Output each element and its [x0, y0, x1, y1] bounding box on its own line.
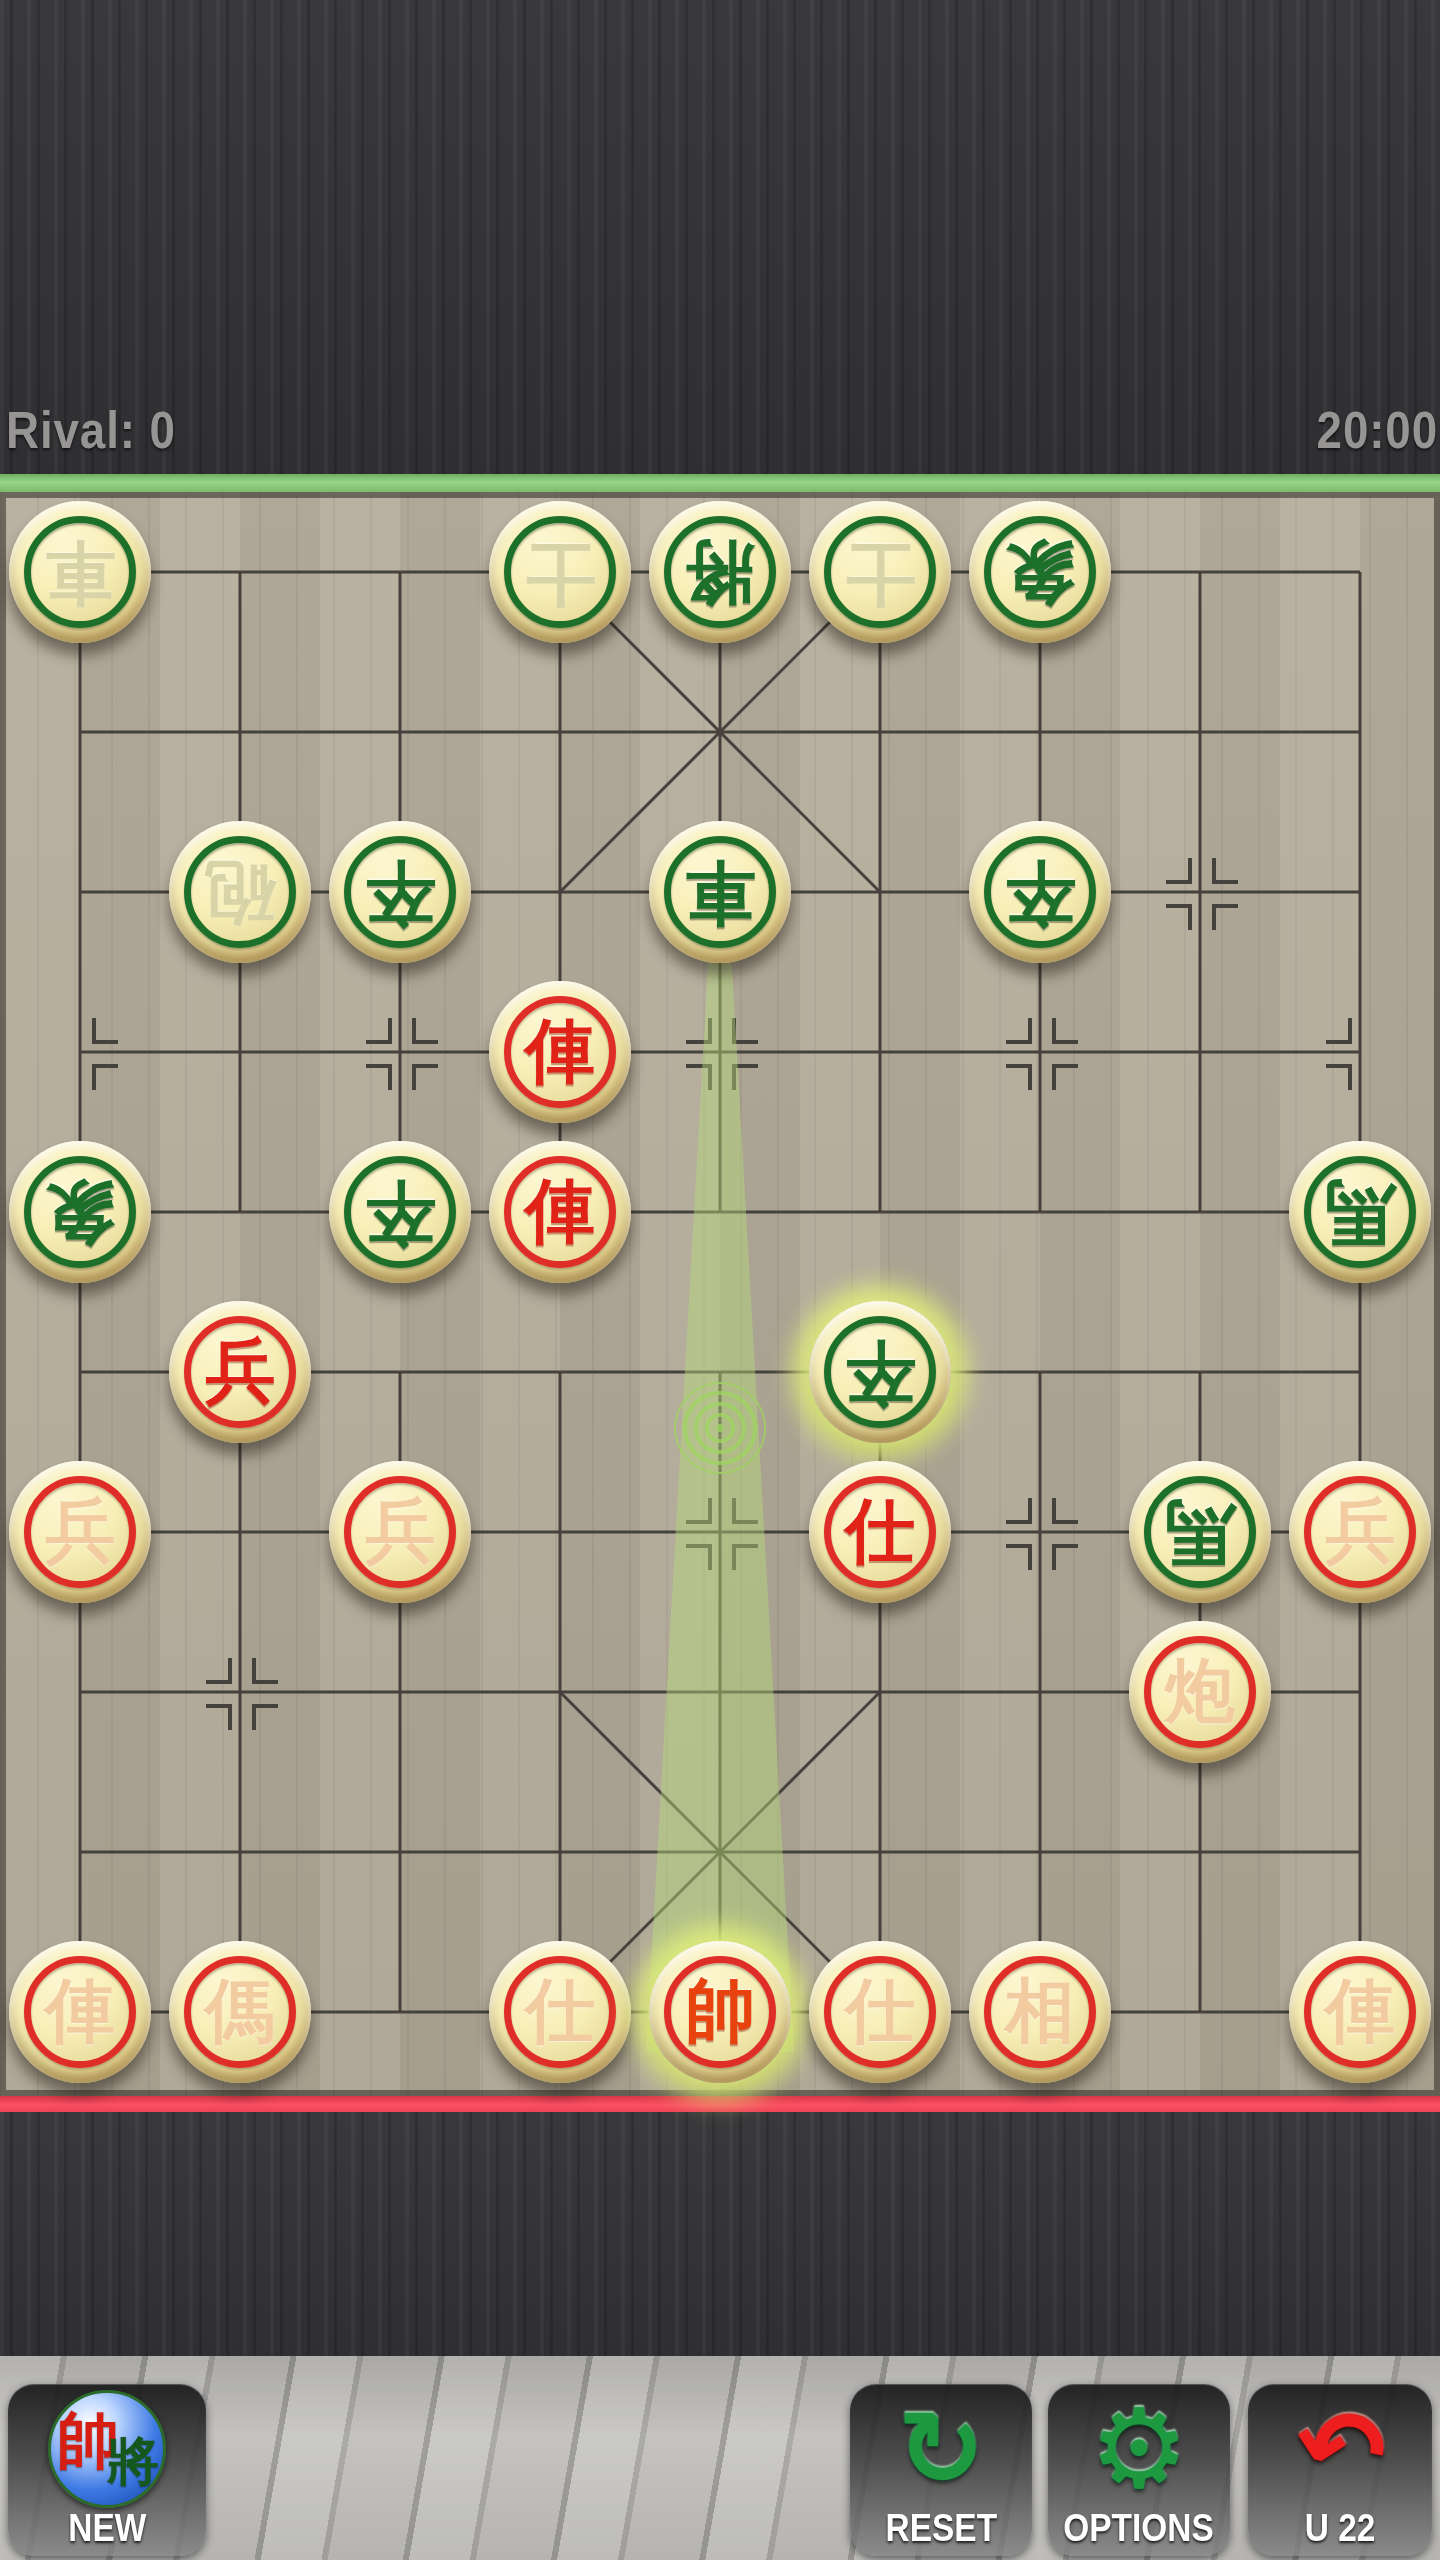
piece-glyph: 炮: [1129, 1621, 1271, 1763]
undo-arrow-icon: ↶: [1285, 2387, 1396, 2511]
target-ring: [674, 1382, 766, 1474]
piece-red-advisor-f6[interactable]: 仕: [809, 1461, 951, 1603]
refresh-icon: ↻: [897, 2397, 984, 2501]
piece-glyph: 仕: [489, 1941, 631, 2083]
piece-black-horse-i4[interactable]: 馬: [1289, 1141, 1431, 1283]
piece-glyph: 俥: [9, 1941, 151, 2083]
piece-glyph: 象: [9, 1141, 151, 1283]
red-turn-strip: [0, 2096, 1440, 2112]
piece-glyph: 俥: [489, 981, 631, 1123]
piece-red-horse-b9[interactable]: 傌: [169, 1941, 311, 2083]
piece-black-advisor-f0[interactable]: 士: [809, 501, 951, 643]
piece-black-chariot-e2[interactable]: 車: [649, 821, 791, 963]
piece-red-advisor-d9[interactable]: 仕: [489, 1941, 631, 2083]
reset-button[interactable]: ↻ RESET: [850, 2384, 1032, 2556]
black-turn-strip: [0, 474, 1440, 492]
piece-glyph: 仕: [809, 1461, 951, 1603]
piece-black-advisor-d0[interactable]: 士: [489, 501, 631, 643]
piece-red-elephant-g9[interactable]: 相: [969, 1941, 1111, 2083]
piece-glyph: 卒: [329, 821, 471, 963]
piece-glyph: 兵: [9, 1461, 151, 1603]
piece-glyph: 兵: [1289, 1461, 1431, 1603]
piece-red-soldier-c6[interactable]: 兵: [329, 1461, 471, 1603]
logo-black-general-char: 將: [107, 2427, 159, 2497]
piece-red-soldier-i6[interactable]: 兵: [1289, 1461, 1431, 1603]
piece-glyph: 傌: [169, 1941, 311, 2083]
piece-black-general-e0[interactable]: 將: [649, 501, 791, 643]
piece-red-chariot-d3[interactable]: 俥: [489, 981, 631, 1123]
piece-glyph: 馬: [1129, 1461, 1271, 1603]
piece-black-soldier-c4[interactable]: 卒: [329, 1141, 471, 1283]
piece-red-general-e9[interactable]: 帥: [649, 1941, 791, 2083]
piece-glyph: 相: [969, 1941, 1111, 2083]
piece-red-soldier-b5[interactable]: 兵: [169, 1301, 311, 1443]
piece-black-soldier-g2[interactable]: 卒: [969, 821, 1111, 963]
piece-black-chariot-a0[interactable]: 車: [9, 501, 151, 643]
piece-glyph: 馬: [1289, 1141, 1431, 1283]
xiangqi-board[interactable]: 車士將士象砲卒車卒俥象卒俥馬兵卒兵兵仕馬兵炮俥傌仕帥仕相俥: [0, 492, 1440, 2096]
piece-glyph: 俥: [1289, 1941, 1431, 2083]
piece-glyph: 俥: [489, 1141, 631, 1283]
options-button[interactable]: ⚙ OPTIONS: [1048, 2384, 1230, 2556]
undo-button[interactable]: ↶ U 22: [1248, 2384, 1432, 2556]
piece-red-chariot-i9[interactable]: 俥: [1289, 1941, 1431, 2083]
piece-glyph: 卒: [969, 821, 1111, 963]
piece-black-elephant-a4[interactable]: 象: [9, 1141, 151, 1283]
undo-button-label: U 22: [1305, 2507, 1376, 2550]
player-status-bar: You: 0 01:00 20:00: [0, 2112, 1440, 2356]
piece-glyph: 象: [969, 501, 1111, 643]
piece-glyph: 將: [649, 501, 791, 643]
piece-glyph: 仕: [809, 1941, 951, 2083]
new-button-label: NEW: [68, 2507, 146, 2550]
piece-black-horse-h6[interactable]: 馬: [1129, 1461, 1271, 1603]
piece-glyph: 卒: [329, 1141, 471, 1283]
opponent-status-bar: Rival: 0 20:00: [0, 0, 1440, 474]
piece-red-chariot-d4[interactable]: 俥: [489, 1141, 631, 1283]
piece-black-elephant-g0[interactable]: 象: [969, 501, 1111, 643]
piece-black-soldier-f5[interactable]: 卒: [809, 1301, 951, 1443]
app-logo-icon: 帥 將: [8, 2386, 206, 2512]
board-grid: [0, 492, 1440, 2096]
xiangqi-app-screen: Rival: 0 20:00 車士將士象砲卒車卒俥象卒俥馬兵卒兵兵仕馬兵炮俥傌仕…: [0, 0, 1440, 2560]
piece-black-cannon-b2[interactable]: 砲: [169, 821, 311, 963]
new-game-button[interactable]: 帥 將 NEW: [8, 2384, 206, 2556]
piece-red-advisor-f9[interactable]: 仕: [809, 1941, 951, 2083]
piece-glyph: 士: [809, 501, 951, 643]
piece-red-soldier-a6[interactable]: 兵: [9, 1461, 151, 1603]
reset-button-label: RESET: [885, 2507, 996, 2550]
piece-black-soldier-c2[interactable]: 卒: [329, 821, 471, 963]
gear-icon: ⚙: [1090, 2394, 1189, 2504]
piece-glyph: 兵: [169, 1301, 311, 1443]
piece-glyph: 車: [9, 501, 151, 643]
piece-glyph: 卒: [809, 1301, 951, 1443]
options-button-label: OPTIONS: [1064, 2507, 1215, 2550]
piece-red-cannon-h7[interactable]: 炮: [1129, 1621, 1271, 1763]
logo-ball: 帥 將: [48, 2390, 166, 2508]
piece-glyph: 兵: [329, 1461, 471, 1603]
rival-clock: 20:00: [1317, 400, 1438, 460]
rival-score: Rival: 0: [6, 400, 176, 460]
piece-red-chariot-a9[interactable]: 俥: [9, 1941, 151, 2083]
piece-glyph: 士: [489, 501, 631, 643]
piece-glyph: 砲: [169, 821, 311, 963]
piece-glyph: 車: [649, 821, 791, 963]
piece-glyph: 帥: [649, 1941, 791, 2083]
